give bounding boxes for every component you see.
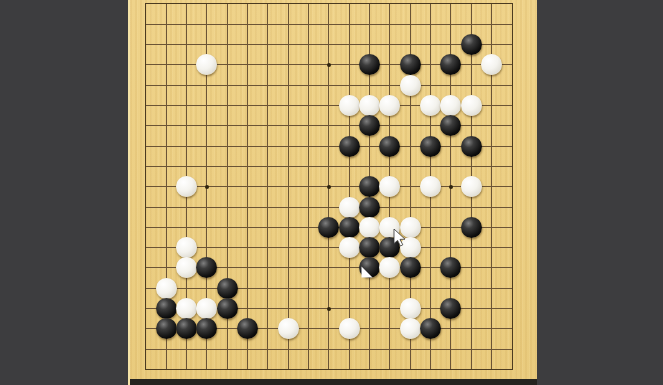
star-point <box>205 185 209 189</box>
white-stone <box>176 298 197 319</box>
white-stone <box>359 217 380 238</box>
star-point <box>327 63 331 67</box>
white-stone <box>339 237 360 258</box>
star-point <box>327 307 331 311</box>
grid-line-vertical <box>349 4 350 369</box>
black-stone <box>339 136 360 157</box>
black-stone <box>461 136 482 157</box>
black-stone <box>217 278 238 299</box>
black-stone <box>461 217 482 238</box>
black-stone <box>461 34 482 55</box>
white-stone <box>461 95 482 116</box>
white-stone <box>339 95 360 116</box>
black-stone <box>156 298 177 319</box>
grid-line-horizontal <box>146 207 512 208</box>
black-stone <box>359 197 380 218</box>
black-stone <box>379 136 400 157</box>
white-stone <box>339 197 360 218</box>
white-stone <box>461 176 482 197</box>
white-stone <box>359 95 380 116</box>
grid-line-horizontal <box>146 349 512 350</box>
white-stone <box>156 278 177 299</box>
star-point <box>327 185 331 189</box>
black-stone <box>156 318 177 339</box>
grid-line-horizontal <box>146 247 512 248</box>
black-stone <box>420 136 441 157</box>
white-stone <box>400 298 421 319</box>
grid-line-horizontal <box>146 288 512 289</box>
mouse-cursor <box>393 229 409 247</box>
white-stone <box>420 95 441 116</box>
white-stone <box>400 318 421 339</box>
board-bottom-edge <box>130 379 537 385</box>
black-stone <box>339 217 360 238</box>
star-point <box>449 185 453 189</box>
go-app-window <box>0 0 663 385</box>
white-stone <box>278 318 299 339</box>
go-board[interactable] <box>128 0 537 385</box>
white-stone <box>400 75 421 96</box>
black-stone <box>217 298 238 319</box>
last-move-marker <box>361 266 373 278</box>
white-stone <box>339 318 360 339</box>
